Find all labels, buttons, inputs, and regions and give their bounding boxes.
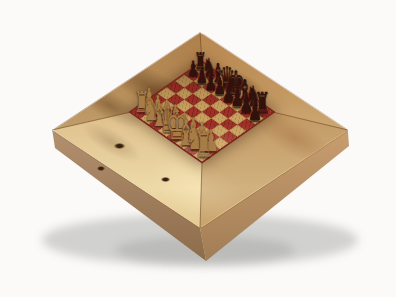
piece-glyph: ♜: [194, 129, 213, 164]
pieces-layer: ♜♞♝♛♚♝♞♜♟♟♟♟♟♟♟♟♟♟♟♟♟♟♟♟♜♞♝♛♚♝♞♜: [0, 0, 396, 297]
piece-glyph: ♟: [248, 98, 262, 125]
photo: ♜♞♝♛♚♝♞♜♟♟♟♟♟♟♟♟♟♟♟♟♟♟♟♟♜♞♝♛♚♝♞♜: [0, 0, 396, 297]
